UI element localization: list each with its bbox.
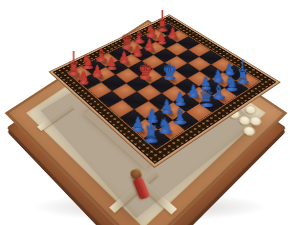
piece-glyph: ♜ [157,17,168,30]
square-a3[interactable] [177,36,199,49]
blue-rook[interactable]: ♜ [139,114,163,143]
red-pawn[interactable]: ♟ [152,22,171,45]
piece-base [200,103,212,107]
piece-glyph: ♟ [156,31,166,42]
red-pawn[interactable]: ♟ [164,16,183,38]
piece-shadow [136,39,147,46]
product-photo-stage: ♜♟♟♜♞♟♟♞♝♟♟♝♛♟♚♟♛♟♚♟♝♟♟♝♞♟♟♞♜♟♟♜ [0,0,290,225]
piece-base [169,35,177,39]
piece-base [145,47,154,51]
piece-glyph: ♛ [121,33,134,47]
red-pawn[interactable]: ♟ [73,59,94,84]
piece-base [140,75,151,79]
scene-3d: ♜♟♟♜♞♟♟♞♝♟♟♝♛♟♚♟♛♟♚♟♝♟♟♝♞♟♟♞♜♟♟♜ [0,0,290,225]
piece-base [107,66,116,70]
piece-shadow [123,45,134,52]
piece-base [134,40,144,44]
piece-glyph: ♞ [145,23,157,36]
piece-base [122,46,133,50]
blue-queen[interactable]: ♛ [195,81,217,108]
piece-shadow [159,28,170,34]
red-pawn[interactable]: ♟ [127,33,147,56]
square-b1[interactable]: ♞ [146,29,167,41]
piece-shadow [146,46,157,53]
piece-shadow [121,59,132,67]
square-a4[interactable] [188,43,210,56]
blue-king[interactable]: ♚ [159,56,180,81]
piece-base [93,73,102,77]
piece-shadow [148,33,159,40]
piece-glyph: ♟ [168,26,178,37]
piece-glyph: ♟ [144,37,154,49]
piece-shadow [169,34,180,41]
red-pawn[interactable]: ♟ [140,28,159,51]
square-c1[interactable]: ♝ [134,35,156,48]
red-bishop[interactable]: ♝ [130,21,149,44]
piece-base [144,138,157,143]
piece-shadow [158,40,169,47]
stored-piece [144,40,158,49]
square-b4[interactable] [177,49,200,63]
red-king[interactable]: ♚ [135,55,156,80]
piece-glyph: ♟ [132,43,143,55]
piece-base [157,41,166,45]
square-b3[interactable] [166,42,188,55]
square-a1[interactable]: ♜ [157,24,178,36]
red-rook[interactable]: ♜ [154,10,172,32]
piece-base [146,34,156,38]
square-c2[interactable]: ♟ [144,41,166,54]
piece-glyph: ♝ [134,29,146,42]
square-d1[interactable]: ♛ [122,41,144,54]
square-b2[interactable]: ♟ [156,36,178,49]
piece-base [158,28,168,32]
red-knight[interactable]: ♞ [142,15,161,37]
piece-base [79,80,88,84]
square-a2[interactable]: ♟ [167,30,189,42]
